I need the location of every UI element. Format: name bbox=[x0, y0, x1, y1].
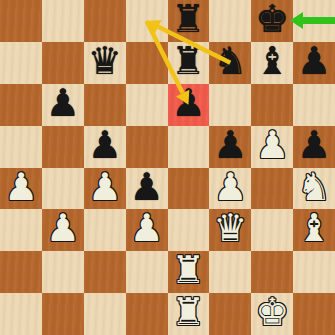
chess-board: ♜♚♛♜♞♝♟♟♟♟♟♟♟♟♟♟♟♞♟♟♛♝♜♜♚ bbox=[0, 0, 335, 335]
square-a5[interactable] bbox=[0, 126, 42, 168]
square-h4[interactable]: ♞ bbox=[293, 168, 335, 210]
chessboard-screenshot: ♜♚♛♜♞♝♟♟♟♟♟♟♟♟♟♟♟♞♟♟♛♝♜♜♚ bbox=[0, 0, 335, 335]
square-e5[interactable] bbox=[168, 126, 210, 168]
square-d8[interactable] bbox=[126, 0, 168, 42]
square-f5[interactable]: ♟ bbox=[209, 126, 251, 168]
square-b4[interactable] bbox=[42, 168, 84, 210]
square-d4[interactable]: ♟ bbox=[126, 168, 168, 210]
square-h5[interactable]: ♟ bbox=[293, 126, 335, 168]
square-g2[interactable] bbox=[251, 251, 293, 293]
square-f2[interactable] bbox=[209, 251, 251, 293]
square-h1[interactable] bbox=[293, 293, 335, 335]
square-c3[interactable] bbox=[84, 209, 126, 251]
square-b2[interactable] bbox=[42, 251, 84, 293]
square-g5[interactable]: ♟ bbox=[251, 126, 293, 168]
piece-black-pawn[interactable]: ♟ bbox=[297, 125, 331, 167]
square-a4[interactable]: ♟ bbox=[0, 168, 42, 210]
square-h6[interactable] bbox=[293, 84, 335, 126]
square-d6[interactable] bbox=[126, 84, 168, 126]
square-e1[interactable]: ♜ bbox=[168, 293, 210, 335]
square-f8[interactable] bbox=[209, 0, 251, 42]
piece-white-rook[interactable]: ♜ bbox=[171, 292, 205, 334]
piece-white-queen[interactable]: ♛ bbox=[213, 208, 247, 250]
square-d2[interactable] bbox=[126, 251, 168, 293]
square-c7[interactable]: ♛ bbox=[84, 42, 126, 84]
piece-black-pawn[interactable]: ♟ bbox=[130, 167, 164, 209]
piece-black-rook[interactable]: ♜ bbox=[171, 41, 205, 83]
piece-white-pawn[interactable]: ♟ bbox=[213, 167, 247, 209]
square-g8[interactable]: ♚ bbox=[251, 0, 293, 42]
square-e3[interactable] bbox=[168, 209, 210, 251]
piece-black-pawn[interactable]: ♟ bbox=[171, 83, 205, 125]
square-f3[interactable]: ♛ bbox=[209, 209, 251, 251]
square-h7[interactable]: ♟ bbox=[293, 42, 335, 84]
piece-black-rook[interactable]: ♜ bbox=[171, 0, 205, 41]
square-b8[interactable] bbox=[42, 0, 84, 42]
square-b3[interactable]: ♟ bbox=[42, 209, 84, 251]
square-a3[interactable] bbox=[0, 209, 42, 251]
piece-black-king[interactable]: ♚ bbox=[255, 0, 289, 41]
piece-black-pawn[interactable]: ♟ bbox=[88, 125, 122, 167]
square-f7[interactable]: ♞ bbox=[209, 42, 251, 84]
square-f1[interactable] bbox=[209, 293, 251, 335]
square-f6[interactable] bbox=[209, 84, 251, 126]
square-c5[interactable]: ♟ bbox=[84, 126, 126, 168]
piece-white-pawn[interactable]: ♟ bbox=[255, 125, 289, 167]
square-h2[interactable] bbox=[293, 251, 335, 293]
square-d5[interactable] bbox=[126, 126, 168, 168]
piece-black-knight[interactable]: ♞ bbox=[213, 41, 247, 83]
piece-black-pawn[interactable]: ♟ bbox=[46, 83, 80, 125]
square-f4[interactable]: ♟ bbox=[209, 168, 251, 210]
piece-black-pawn[interactable]: ♟ bbox=[297, 41, 331, 83]
square-g4[interactable] bbox=[251, 168, 293, 210]
piece-white-pawn[interactable]: ♟ bbox=[46, 208, 80, 250]
square-e4[interactable] bbox=[168, 168, 210, 210]
square-b6[interactable]: ♟ bbox=[42, 84, 84, 126]
piece-white-bishop[interactable]: ♝ bbox=[297, 208, 331, 250]
piece-black-pawn[interactable]: ♟ bbox=[213, 125, 247, 167]
square-b7[interactable] bbox=[42, 42, 84, 84]
square-a8[interactable] bbox=[0, 0, 42, 42]
square-c2[interactable] bbox=[84, 251, 126, 293]
square-e7[interactable]: ♜ bbox=[168, 42, 210, 84]
square-g1[interactable]: ♚ bbox=[251, 293, 293, 335]
square-d3[interactable]: ♟ bbox=[126, 209, 168, 251]
square-h3[interactable]: ♝ bbox=[293, 209, 335, 251]
square-c1[interactable] bbox=[84, 293, 126, 335]
square-g3[interactable] bbox=[251, 209, 293, 251]
square-a1[interactable] bbox=[0, 293, 42, 335]
piece-black-queen[interactable]: ♛ bbox=[88, 41, 122, 83]
square-c4[interactable]: ♟ bbox=[84, 168, 126, 210]
square-c8[interactable] bbox=[84, 0, 126, 42]
square-a7[interactable] bbox=[0, 42, 42, 84]
square-e6[interactable]: ♟ bbox=[168, 84, 210, 126]
square-c6[interactable] bbox=[84, 84, 126, 126]
piece-white-king[interactable]: ♚ bbox=[255, 292, 289, 334]
square-e2[interactable]: ♜ bbox=[168, 251, 210, 293]
piece-white-rook[interactable]: ♜ bbox=[171, 250, 205, 292]
square-g7[interactable]: ♝ bbox=[251, 42, 293, 84]
piece-white-pawn[interactable]: ♟ bbox=[88, 167, 122, 209]
piece-black-bishop[interactable]: ♝ bbox=[255, 41, 289, 83]
piece-white-pawn[interactable]: ♟ bbox=[4, 167, 38, 209]
square-b5[interactable] bbox=[42, 126, 84, 168]
square-d1[interactable] bbox=[126, 293, 168, 335]
square-a6[interactable] bbox=[0, 84, 42, 126]
piece-white-pawn[interactable]: ♟ bbox=[130, 208, 164, 250]
square-b1[interactable] bbox=[42, 293, 84, 335]
square-e8[interactable]: ♜ bbox=[168, 0, 210, 42]
piece-white-knight[interactable]: ♞ bbox=[297, 167, 331, 209]
square-g6[interactable] bbox=[251, 84, 293, 126]
square-d7[interactable] bbox=[126, 42, 168, 84]
square-h8[interactable] bbox=[293, 0, 335, 42]
square-a2[interactable] bbox=[0, 251, 42, 293]
